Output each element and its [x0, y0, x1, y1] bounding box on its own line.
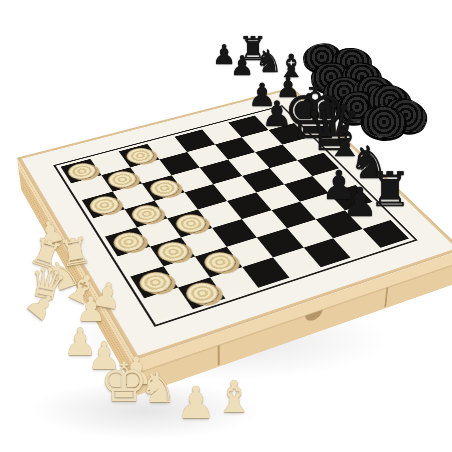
product-photo-chess-checkers-set: ♟♜♞♟♝♟♟♟♟♚♛♝♞♟♟♜ ♟♜♜♞♛♝♟♟♟♟♟♟♚♞♟♝: [0, 0, 452, 452]
board-square-light: [287, 219, 333, 247]
board-square-dark: [195, 247, 242, 277]
board-square-light: [93, 209, 136, 236]
light-checker: [109, 229, 149, 255]
board-square-dark: [212, 219, 257, 247]
board-square-dark: [177, 277, 225, 309]
light-checker: [134, 268, 176, 296]
board-square-light: [333, 229, 380, 258]
drawer-seam: [384, 287, 388, 307]
board-square-light: [144, 287, 192, 320]
light-checker: [153, 239, 194, 265]
light-bishop-piece: ♝: [214, 375, 253, 419]
light-checker: [181, 279, 224, 308]
board-square-light: [136, 218, 180, 246]
board-square-light: [163, 257, 210, 288]
board-square-dark: [242, 257, 290, 288]
light-checker: [171, 211, 210, 236]
board-square-light: [117, 246, 163, 276]
board-square-dark: [124, 201, 167, 228]
drawer-notch: [304, 310, 322, 323]
board-square-light: [226, 238, 272, 267]
light-checker: [128, 202, 167, 226]
board-square-light: [181, 228, 226, 257]
light-checker: [199, 249, 241, 276]
board-square-dark: [271, 201, 316, 228]
board-square-dark: [130, 266, 177, 298]
black-rook-piece: ♜: [368, 165, 411, 213]
drawer-seam: [218, 345, 220, 366]
board-square-dark: [303, 238, 350, 267]
board-square-dark: [105, 227, 149, 256]
light-pawn-piece: ♟: [176, 381, 215, 425]
board-square-dark: [167, 210, 211, 237]
board-square-dark: [149, 237, 195, 266]
board-square-light: [210, 267, 258, 299]
light-knight-piece: ♞: [139, 367, 177, 409]
board-square-light: [273, 247, 321, 277]
board-square-dark: [257, 228, 303, 257]
board-square-light: [242, 210, 287, 237]
board-square-light: [197, 201, 241, 228]
